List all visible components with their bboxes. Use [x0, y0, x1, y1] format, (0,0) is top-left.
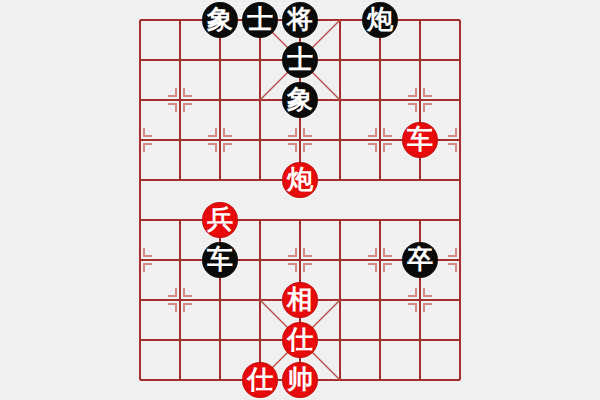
piece-glyph: 士 [247, 6, 273, 32]
piece-glyph: 士 [287, 46, 313, 72]
piece-glyph: 象 [287, 86, 313, 112]
pieces-layer: 象士将炮士象车炮兵车卒相仕仕帅 [120, 0, 480, 400]
piece-glyph: 车 [207, 246, 233, 272]
red-piece-disc: 兵 [202, 202, 238, 238]
piece-red-general[interactable]: 帅 [280, 360, 320, 400]
piece-glyph: 炮 [287, 166, 313, 192]
piece-glyph: 兵 [207, 206, 233, 232]
piece-glyph: 炮 [367, 6, 393, 32]
piece-glyph: 将 [287, 6, 313, 32]
piece-black-advisor-2[interactable]: 士 [280, 40, 320, 80]
piece-black-general[interactable]: 将 [280, 0, 320, 40]
black-piece-disc: 象 [202, 2, 238, 38]
black-piece-disc: 象 [282, 82, 318, 118]
piece-red-cannon[interactable]: 炮 [280, 160, 320, 200]
black-piece-disc: 将 [282, 2, 318, 38]
red-piece-disc: 仕 [242, 362, 278, 398]
piece-glyph: 仕 [287, 326, 313, 352]
piece-black-advisor-1[interactable]: 士 [240, 0, 280, 40]
piece-black-cannon[interactable]: 炮 [360, 0, 400, 40]
red-piece-disc: 相 [282, 282, 318, 318]
piece-red-advisor-2[interactable]: 仕 [240, 360, 280, 400]
piece-black-chariot[interactable]: 车 [200, 240, 240, 280]
piece-black-elephant-2[interactable]: 象 [280, 80, 320, 120]
red-piece-disc: 炮 [282, 162, 318, 198]
piece-red-advisor-1[interactable]: 仕 [280, 320, 320, 360]
black-piece-disc: 炮 [362, 2, 398, 38]
black-piece-disc: 士 [282, 42, 318, 78]
piece-red-soldier[interactable]: 兵 [200, 200, 240, 240]
piece-glyph: 帅 [287, 366, 313, 392]
red-piece-disc: 车 [402, 122, 438, 158]
black-piece-disc: 卒 [402, 242, 438, 278]
piece-red-elephant[interactable]: 相 [280, 280, 320, 320]
piece-glyph: 象 [207, 6, 233, 32]
piece-glyph: 相 [287, 286, 313, 312]
piece-black-elephant-1[interactable]: 象 [200, 0, 240, 40]
black-piece-disc: 车 [202, 242, 238, 278]
xiangqi-board: 象士将炮士象车炮兵车卒相仕仕帅 [0, 0, 600, 400]
piece-red-chariot[interactable]: 车 [400, 120, 440, 160]
black-piece-disc: 士 [242, 2, 278, 38]
red-piece-disc: 仕 [282, 322, 318, 358]
piece-black-soldier[interactable]: 卒 [400, 240, 440, 280]
piece-glyph: 仕 [247, 366, 273, 392]
piece-glyph: 卒 [407, 246, 433, 272]
red-piece-disc: 帅 [282, 362, 318, 398]
piece-glyph: 车 [407, 126, 433, 152]
